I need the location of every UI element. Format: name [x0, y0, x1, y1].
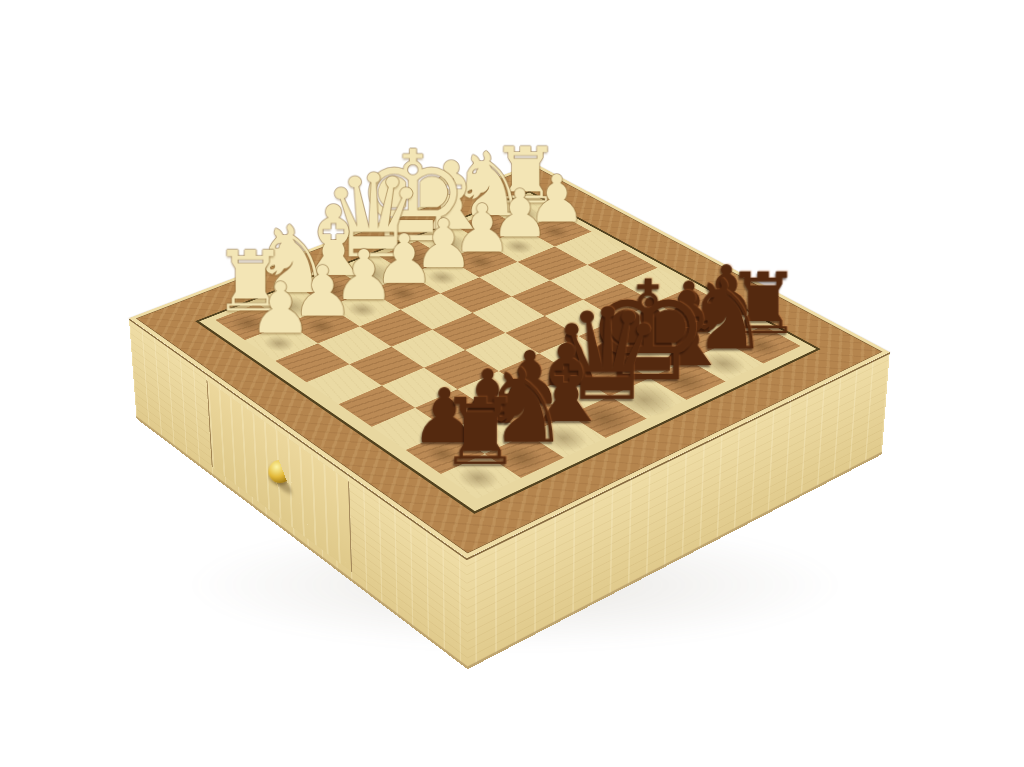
chess-set-photo: ♜♞♝♛♚♝♞♜♟♟♟♟♟♟♟♟♟♟♟♟♟♟♟♟♜♞♝♛♚♝♞♜ [0, 0, 1024, 767]
white-pawn-icon: ♟ [200, 273, 361, 343]
black-rook-icon: ♜ [393, 386, 568, 478]
